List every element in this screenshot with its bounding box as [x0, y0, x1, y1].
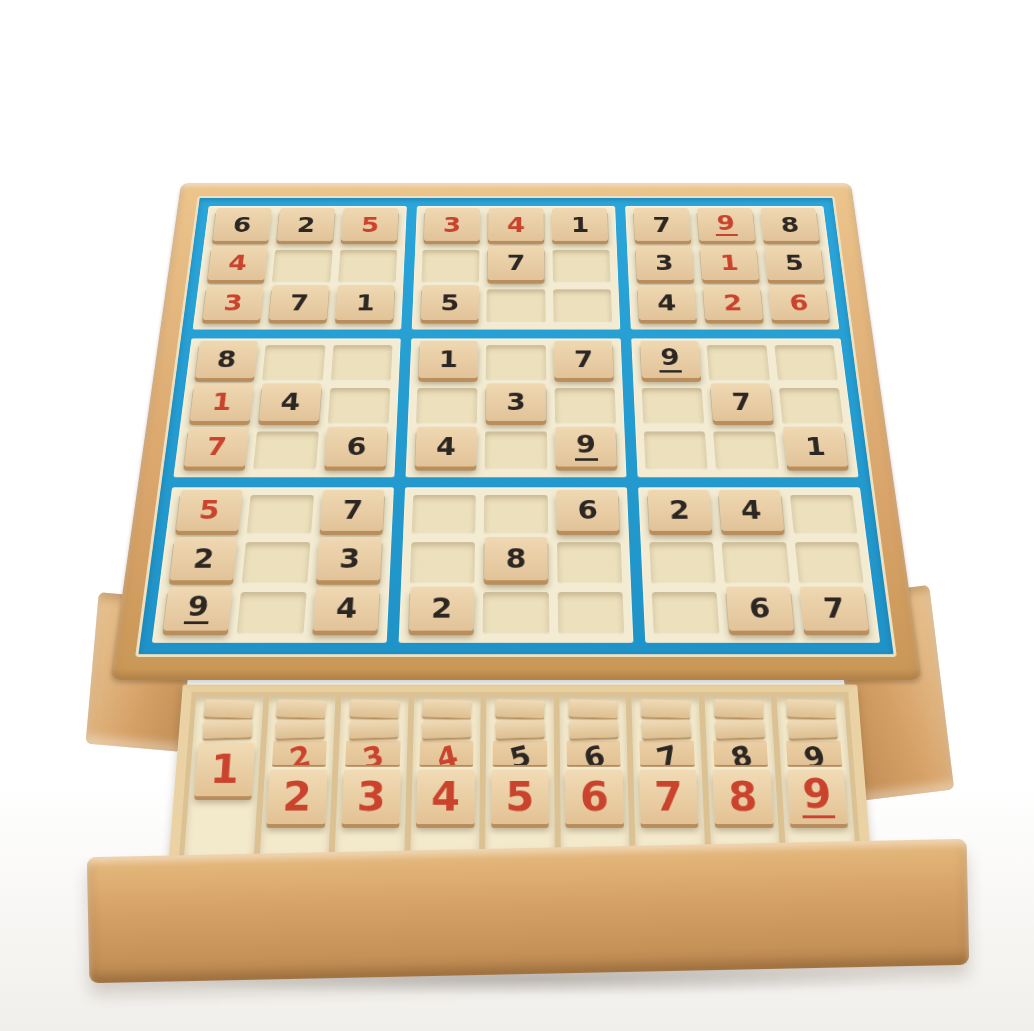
cell-r2c4 — [421, 250, 479, 283]
cell-r1c4: 3 — [423, 212, 480, 244]
spare-tile-behind-4[interactable]: 4 — [419, 741, 474, 765]
cell-r4c3 — [331, 345, 393, 380]
cell-r8c4 — [410, 542, 476, 583]
block-9: 2467 — [638, 487, 880, 643]
cell-r3c9: 6 — [768, 289, 830, 323]
tile-8[interactable]: 8 — [195, 341, 258, 378]
cell-r6c1: 7 — [183, 432, 249, 470]
drawer-slot-1: 1 — [184, 696, 263, 861]
cell-r5c3 — [327, 388, 390, 425]
cell-r6c2 — [253, 432, 318, 470]
cell-r9c8: 6 — [726, 592, 796, 635]
tile-number: 3 — [356, 777, 386, 817]
cell-r4c5 — [486, 345, 546, 380]
tile-number: 7 — [205, 434, 228, 459]
tile-number: 9 — [184, 593, 213, 625]
cell-r4c8 — [707, 345, 770, 380]
spare-tile-back — [568, 699, 617, 718]
cell-r7c9 — [790, 495, 858, 535]
tile-number: 6 — [232, 214, 253, 235]
spare-tile-back — [642, 719, 692, 738]
cell-r6c3: 6 — [324, 432, 388, 470]
cell-r3c1: 3 — [201, 289, 263, 323]
tile-4[interactable]: 4 — [259, 383, 322, 421]
tile-4[interactable]: 4 — [718, 490, 784, 531]
drawer-front-handle[interactable] — [87, 839, 969, 983]
cell-r2c7: 3 — [635, 250, 695, 283]
tile-number: 1 — [209, 749, 240, 789]
tile-number: 9 — [799, 775, 835, 818]
cell-r8c1: 2 — [168, 542, 237, 583]
tile-number: 7 — [640, 741, 695, 765]
tile-8[interactable]: 8 — [761, 208, 820, 241]
spare-tile-behind-8[interactable]: 8 — [713, 741, 768, 765]
tile-number: 5 — [493, 741, 547, 765]
spare-tile-back — [788, 719, 838, 738]
tile-7[interactable]: 7 — [554, 341, 614, 378]
tile-number: 1 — [355, 291, 375, 314]
sudoku-board: 6254371341757983154268147617349971572394… — [110, 183, 922, 680]
tile-1[interactable]: 1 — [552, 208, 608, 241]
cell-r1c9: 8 — [760, 212, 820, 244]
drawer-slots: 12233445566778899 — [178, 692, 861, 866]
cell-r2c1: 4 — [206, 250, 267, 283]
cell-r3c5 — [487, 289, 546, 323]
cell-r2c2 — [272, 250, 332, 283]
cell-r8c2 — [242, 542, 310, 583]
tile-number: 5 — [784, 252, 805, 274]
cell-r3c3: 1 — [335, 289, 396, 323]
cell-r3c4: 5 — [420, 289, 479, 323]
cell-r8c8 — [722, 542, 790, 583]
tile-number: 9 — [714, 213, 738, 236]
tile-number: 3 — [222, 291, 243, 314]
cell-r1c1: 6 — [211, 212, 271, 244]
tile-number: 3 — [345, 741, 400, 765]
cell-r4c4: 1 — [418, 345, 479, 380]
tile-number: 5 — [506, 777, 535, 817]
tile-number: 7 — [289, 291, 310, 314]
tile-number: 8 — [713, 741, 768, 765]
cell-r1c6: 1 — [552, 212, 609, 244]
tile-9[interactable]: 9 — [697, 208, 755, 241]
board-frame: 6254371341757983154268147617349971572394… — [110, 183, 922, 680]
cell-r9c4: 2 — [408, 592, 475, 635]
cell-r4c6: 7 — [554, 345, 615, 380]
tile-6[interactable]: 6 — [325, 427, 388, 466]
tile-6[interactable]: 6 — [726, 586, 794, 630]
tile-6[interactable]: 6 — [556, 490, 619, 531]
cell-r4c1: 8 — [194, 345, 258, 380]
spare-tile-6[interactable]: 6 — [565, 770, 623, 824]
cell-r8c3: 3 — [316, 542, 383, 583]
cell-r5c9 — [779, 388, 844, 425]
cell-r8c7 — [649, 542, 716, 583]
tile-number: 5 — [440, 291, 459, 314]
tile-number: 4 — [436, 434, 456, 459]
tile-number: 7 — [654, 777, 684, 817]
cell-r2c8: 1 — [700, 250, 760, 283]
block-4: 81476 — [173, 339, 400, 477]
cell-r3c8: 2 — [703, 289, 764, 323]
drawer-slot-3: 33 — [334, 696, 408, 861]
cell-r7c5 — [484, 495, 548, 535]
cell-r2c6 — [552, 250, 610, 283]
tile-number: 8 — [780, 214, 801, 235]
tile-number: 2 — [192, 545, 216, 572]
cell-r1c3: 5 — [341, 212, 400, 244]
tile-3[interactable]: 3 — [635, 246, 693, 280]
cell-r6c5 — [485, 432, 547, 470]
cell-r1c7: 7 — [633, 212, 692, 244]
tile-4[interactable]: 4 — [207, 246, 267, 280]
tile-4[interactable]: 4 — [313, 586, 380, 630]
tile-number: 4 — [507, 214, 525, 235]
cell-r2c3 — [338, 250, 398, 283]
tile-number: 3 — [339, 545, 361, 572]
tile-8[interactable]: 8 — [484, 537, 548, 580]
cell-r6c7 — [644, 432, 708, 470]
tile-5[interactable]: 5 — [421, 285, 479, 320]
cell-r5c7 — [642, 388, 705, 425]
tile-4[interactable]: 4 — [488, 208, 544, 241]
tile-3[interactable]: 3 — [317, 537, 383, 580]
tile-number: 1 — [719, 252, 739, 274]
tile-number: 7 — [822, 594, 846, 622]
tile-number: 4 — [740, 497, 763, 523]
tile-number: 2 — [668, 497, 690, 523]
spare-tile-back — [495, 719, 544, 738]
cell-r9c9: 7 — [800, 592, 871, 635]
cell-r5c5: 3 — [485, 388, 546, 425]
cell-r8c6 — [557, 542, 623, 583]
spare-tile-back — [787, 699, 836, 718]
cell-r9c2 — [237, 592, 307, 635]
cell-r6c8 — [713, 432, 778, 470]
spare-tile-behind-3[interactable]: 3 — [345, 741, 400, 765]
cell-r9c5 — [483, 592, 549, 635]
tile-number: 8 — [216, 347, 238, 371]
tile-number: 7 — [574, 347, 594, 371]
cell-r6c9: 1 — [783, 432, 849, 470]
block-2: 34175 — [412, 206, 621, 330]
tile-4[interactable]: 4 — [637, 285, 696, 320]
cell-r7c6: 6 — [556, 495, 620, 535]
spare-tile-back — [496, 699, 545, 718]
cell-r4c7: 9 — [639, 345, 701, 380]
cell-r5c8: 7 — [710, 388, 774, 425]
tile-3[interactable]: 3 — [424, 208, 480, 241]
cell-r7c1: 5 — [174, 495, 242, 535]
spare-tile-back — [349, 719, 398, 738]
cell-r5c4 — [416, 388, 478, 425]
tile-number: 1 — [571, 214, 590, 235]
spare-tile-back — [203, 719, 252, 738]
cell-r5c1: 1 — [188, 388, 253, 425]
tile-7[interactable]: 7 — [320, 490, 385, 531]
cell-r7c2 — [247, 495, 314, 535]
cell-r8c5: 8 — [483, 542, 548, 583]
spare-tile-2[interactable]: 2 — [267, 770, 327, 824]
spare-tile-back — [568, 719, 617, 738]
cell-r3c2: 7 — [268, 289, 329, 323]
spare-tile-back — [422, 719, 471, 738]
tile-number: 6 — [566, 741, 621, 765]
cell-r4c9 — [774, 345, 838, 380]
spare-tile-behind-2[interactable]: 2 — [272, 741, 327, 765]
drawer-slot-2: 22 — [259, 696, 336, 861]
cell-r7c3: 7 — [319, 495, 385, 535]
tile-7[interactable]: 7 — [269, 285, 329, 320]
cell-r5c6 — [554, 388, 616, 425]
spare-tile-behind-5[interactable]: 5 — [493, 741, 547, 765]
tile-number: 6 — [577, 497, 598, 523]
cell-r7c8: 4 — [718, 495, 785, 535]
cell-r5c2: 4 — [258, 388, 322, 425]
block-6: 971 — [631, 339, 858, 477]
tile-number: 1 — [210, 390, 232, 414]
cell-r9c7 — [652, 592, 720, 635]
cell-r1c8: 9 — [697, 212, 756, 244]
tile-number: 7 — [652, 214, 671, 235]
spare-tile-back — [641, 699, 689, 718]
tile-2[interactable]: 2 — [277, 208, 335, 241]
tile-4[interactable]: 4 — [415, 427, 477, 466]
tile-number: 2 — [272, 741, 327, 765]
cell-r7c7: 2 — [647, 495, 713, 535]
tile-number: 3 — [654, 252, 674, 274]
tile-number: 2 — [296, 214, 316, 235]
spare-tile-9[interactable]: 9 — [787, 770, 848, 824]
tile-number: 9 — [658, 346, 682, 372]
block-1: 6254371 — [193, 206, 407, 330]
cell-r3c6 — [553, 289, 612, 323]
tile-number: 3 — [443, 214, 462, 235]
tile-number: 7 — [731, 390, 753, 414]
tile-number: 7 — [342, 497, 364, 523]
drawer-slot-6: 66 — [559, 696, 630, 861]
tile-9[interactable]: 9 — [555, 427, 617, 466]
tile-7[interactable]: 7 — [800, 586, 869, 630]
tile-number: 2 — [722, 291, 743, 314]
tile-number: 6 — [346, 434, 367, 459]
tile-number: 2 — [431, 594, 453, 622]
spare-tile-back — [423, 699, 472, 718]
drawer-slot-7: 77 — [632, 696, 706, 861]
spare-tile-4[interactable]: 4 — [416, 770, 474, 824]
tile-1[interactable]: 1 — [700, 246, 759, 280]
tile-number: 6 — [788, 291, 809, 314]
tile-6[interactable]: 6 — [768, 285, 829, 320]
tile-number: 4 — [227, 252, 248, 274]
tile-1[interactable]: 1 — [189, 383, 253, 421]
tile-number: 1 — [438, 347, 458, 371]
cell-r9c3: 4 — [312, 592, 380, 635]
tile-number: 4 — [431, 777, 460, 817]
cell-r2c9: 5 — [764, 250, 825, 283]
spare-tile-behind-9[interactable]: 9 — [786, 741, 842, 765]
tile-number: 6 — [748, 594, 772, 622]
product-photo: 12233445566778899 6254371341757983154268… — [0, 0, 1034, 1031]
tile-9[interactable]: 9 — [163, 586, 232, 630]
cell-r3c7: 4 — [637, 289, 698, 323]
cell-r8c9 — [794, 542, 863, 583]
tile-number: 3 — [506, 390, 526, 414]
tile-number: 9 — [574, 432, 598, 460]
tile-1[interactable]: 1 — [783, 427, 848, 466]
tile-2[interactable]: 2 — [647, 490, 712, 531]
tile-7[interactable]: 7 — [633, 208, 690, 241]
cell-r4c2 — [262, 345, 325, 380]
tile-7[interactable]: 7 — [184, 427, 249, 466]
spare-tile-8[interactable]: 8 — [713, 770, 773, 824]
cell-r6c4: 4 — [414, 432, 477, 470]
cell-r2c5: 7 — [487, 250, 545, 283]
spare-tile-5[interactable]: 5 — [491, 770, 549, 824]
spare-tile-behind-6[interactable]: 6 — [566, 741, 621, 765]
cell-r9c1: 9 — [162, 592, 233, 635]
tile-7[interactable]: 7 — [710, 383, 773, 421]
tile-number: 8 — [728, 777, 759, 817]
tile-number: 5 — [197, 497, 220, 523]
cell-r9c6 — [557, 592, 624, 635]
block-3: 798315426 — [625, 206, 839, 330]
tile-number: 4 — [657, 291, 677, 314]
tile-number: 8 — [506, 545, 527, 572]
tile-5[interactable]: 5 — [764, 246, 824, 280]
tile-2[interactable]: 2 — [409, 586, 475, 630]
tile-number: 2 — [282, 777, 313, 817]
tile-1[interactable]: 1 — [336, 285, 395, 320]
tile-number: 7 — [507, 252, 525, 274]
block-5: 17349 — [406, 339, 627, 477]
tile-number: 6 — [580, 777, 609, 817]
tile-number: 9 — [786, 741, 842, 765]
block-8: 682 — [399, 487, 634, 643]
cell-r1c2: 2 — [276, 212, 335, 244]
tile-7[interactable]: 7 — [488, 246, 545, 280]
block-7: 572394 — [152, 487, 394, 643]
tile-1[interactable]: 1 — [418, 341, 478, 378]
spare-tile-back — [714, 699, 763, 718]
board-grid-background: 6254371341757983154268147617349971572394… — [135, 196, 897, 657]
drawer-slot-9: 99 — [777, 696, 856, 861]
tile-6[interactable]: 6 — [212, 208, 271, 241]
cell-r1c5: 4 — [488, 212, 545, 244]
tile-9[interactable]: 9 — [640, 341, 701, 378]
spare-tile-back — [204, 699, 254, 718]
tile-number: 4 — [419, 741, 474, 765]
drawer-slot-5: 55 — [485, 696, 554, 861]
board-blocks: 6254371341757983154268147617349971572394… — [152, 206, 880, 643]
spare-tile-back — [350, 699, 399, 718]
tile-3[interactable]: 3 — [486, 383, 546, 421]
tile-number: 4 — [280, 390, 302, 414]
tile-3[interactable]: 3 — [202, 285, 263, 320]
tile-number: 5 — [360, 214, 379, 235]
cell-r6c6: 9 — [555, 432, 618, 470]
spare-tile-back — [277, 699, 327, 718]
tile-2[interactable]: 2 — [703, 285, 763, 320]
spare-tile-7[interactable]: 7 — [639, 770, 698, 824]
tile-number: 4 — [335, 594, 358, 622]
tile-number: 1 — [804, 434, 827, 459]
drawer-slot-4: 44 — [410, 696, 481, 861]
tile-5[interactable]: 5 — [176, 490, 243, 531]
spare-tile-back — [276, 719, 325, 738]
cell-r7c4 — [412, 495, 476, 535]
tile-2[interactable]: 2 — [169, 537, 237, 580]
spare-tile-behind-7[interactable]: 7 — [640, 741, 695, 765]
spare-tile-back — [715, 719, 765, 738]
tile-5[interactable]: 5 — [341, 208, 398, 241]
drawer-slot-8: 88 — [704, 696, 781, 861]
spare-tile-3[interactable]: 3 — [342, 770, 401, 824]
spare-tile-1[interactable]: 1 — [194, 742, 255, 796]
